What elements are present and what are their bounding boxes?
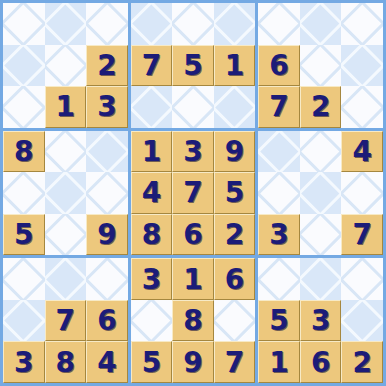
box-3-1: 76384 (3, 258, 128, 383)
cell-r8c5[interactable]: 8 (172, 300, 214, 342)
cell-r9c3[interactable]: 4 (86, 341, 128, 383)
cell-r7c3[interactable] (86, 258, 128, 300)
cell-r1c8[interactable] (300, 3, 342, 45)
cell-r6c8[interactable] (300, 214, 342, 256)
box-1-1: 213 (3, 3, 128, 128)
cell-r7c8[interactable] (300, 258, 342, 300)
box-2-3: 437 (258, 131, 383, 256)
cell-r3c4[interactable] (131, 86, 173, 128)
cell-r8c9[interactable] (341, 300, 383, 342)
cell-r6c6[interactable]: 2 (214, 214, 256, 256)
cell-r9c4[interactable]: 5 (131, 341, 173, 383)
cell-r7c4[interactable]: 3 (131, 258, 173, 300)
cell-r4c3[interactable] (86, 131, 128, 173)
cell-r2c6[interactable]: 1 (214, 45, 256, 87)
cell-r3c1[interactable] (3, 86, 45, 128)
cell-r1c5[interactable] (172, 3, 214, 45)
cell-r4c8[interactable] (300, 131, 342, 173)
cell-r8c4[interactable] (131, 300, 173, 342)
cell-r6c5[interactable]: 6 (172, 214, 214, 256)
cell-r7c2[interactable] (45, 258, 87, 300)
cell-r5c5[interactable]: 7 (172, 172, 214, 214)
cell-r8c6[interactable] (214, 300, 256, 342)
cell-r8c8[interactable]: 3 (300, 300, 342, 342)
cell-r6c4[interactable]: 8 (131, 214, 173, 256)
cell-r5c3[interactable] (86, 172, 128, 214)
cell-r9c9[interactable]: 2 (341, 341, 383, 383)
cell-r9c5[interactable]: 9 (172, 341, 214, 383)
cell-r5c4[interactable]: 4 (131, 172, 173, 214)
cell-r5c7[interactable] (258, 172, 300, 214)
cell-r7c7[interactable] (258, 258, 300, 300)
cell-r3c2[interactable]: 1 (45, 86, 87, 128)
cell-r2c7[interactable]: 6 (258, 45, 300, 87)
cell-r5c1[interactable] (3, 172, 45, 214)
cell-r1c7[interactable] (258, 3, 300, 45)
cell-r7c1[interactable] (3, 258, 45, 300)
cell-r5c6[interactable]: 5 (214, 172, 256, 214)
cell-r1c4[interactable] (131, 3, 173, 45)
box-1-2: 751 (131, 3, 256, 128)
cell-r7c9[interactable] (341, 258, 383, 300)
cell-r3c5[interactable] (172, 86, 214, 128)
cell-r3c8[interactable]: 2 (300, 86, 342, 128)
cell-r9c8[interactable]: 6 (300, 341, 342, 383)
cell-r9c1[interactable]: 3 (3, 341, 45, 383)
sudoku-board: 2137516728591394758624377638431685975316… (0, 0, 386, 386)
cell-r9c7[interactable]: 1 (258, 341, 300, 383)
cell-r7c6[interactable]: 6 (214, 258, 256, 300)
cell-r4c6[interactable]: 9 (214, 131, 256, 173)
cell-r1c9[interactable] (341, 3, 383, 45)
cell-r6c1[interactable]: 5 (3, 214, 45, 256)
cell-r5c2[interactable] (45, 172, 87, 214)
cell-r4c7[interactable] (258, 131, 300, 173)
cell-r6c9[interactable]: 7 (341, 214, 383, 256)
cell-r9c6[interactable]: 7 (214, 341, 256, 383)
cell-r2c5[interactable]: 5 (172, 45, 214, 87)
cell-r4c1[interactable]: 8 (3, 131, 45, 173)
box-2-2: 139475862 (131, 131, 256, 256)
cell-r3c6[interactable] (214, 86, 256, 128)
box-2-1: 859 (3, 131, 128, 256)
cell-r3c9[interactable] (341, 86, 383, 128)
cell-r5c8[interactable] (300, 172, 342, 214)
cell-r4c4[interactable]: 1 (131, 131, 173, 173)
cell-r8c3[interactable]: 6 (86, 300, 128, 342)
cell-r2c9[interactable] (341, 45, 383, 87)
cell-r2c2[interactable] (45, 45, 87, 87)
cell-r8c1[interactable] (3, 300, 45, 342)
cell-r6c2[interactable] (45, 214, 87, 256)
cell-r7c5[interactable]: 1 (172, 258, 214, 300)
cell-r1c3[interactable] (86, 3, 128, 45)
cell-r3c3[interactable]: 3 (86, 86, 128, 128)
cell-r9c2[interactable]: 8 (45, 341, 87, 383)
cell-r2c1[interactable] (3, 45, 45, 87)
cell-r3c7[interactable]: 7 (258, 86, 300, 128)
cell-r4c2[interactable] (45, 131, 87, 173)
cell-r2c4[interactable]: 7 (131, 45, 173, 87)
box-1-3: 672 (258, 3, 383, 128)
cell-r6c7[interactable]: 3 (258, 214, 300, 256)
cell-r8c7[interactable]: 5 (258, 300, 300, 342)
cell-r1c6[interactable] (214, 3, 256, 45)
cell-r4c5[interactable]: 3 (172, 131, 214, 173)
cell-r2c8[interactable] (300, 45, 342, 87)
cell-r2c3[interactable]: 2 (86, 45, 128, 87)
cell-r8c2[interactable]: 7 (45, 300, 87, 342)
box-3-2: 3168597 (131, 258, 256, 383)
cell-r6c3[interactable]: 9 (86, 214, 128, 256)
box-3-3: 53162 (258, 258, 383, 383)
cell-r1c1[interactable] (3, 3, 45, 45)
cell-r4c9[interactable]: 4 (341, 131, 383, 173)
cell-r1c2[interactable] (45, 3, 87, 45)
cell-r5c9[interactable] (341, 172, 383, 214)
